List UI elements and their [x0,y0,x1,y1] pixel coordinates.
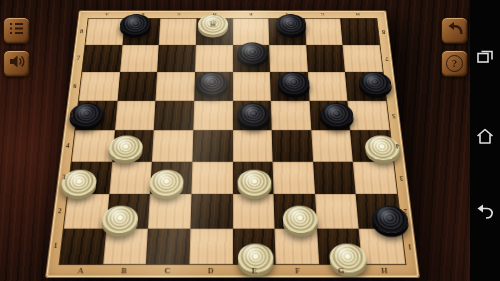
black-man-f6[interactable] [273,68,315,99]
piece-disc [237,103,270,126]
sound-button[interactable] [3,50,30,77]
help-label: ? [452,58,458,69]
file-label-top-a: A [89,11,126,18]
file-label-bottom-f: F [276,265,320,277]
rank-label-right-5: 5 [386,100,401,130]
white-man-c3[interactable] [144,165,190,201]
file-label-top-h: H [340,11,377,18]
piece-disc [237,43,268,64]
android-navbar [470,0,500,281]
file-label-bottom-a: A [58,265,103,277]
file-label-bottom-g: G [319,265,363,277]
file-label-top-b: B [125,11,161,18]
rank-label-right-7: 7 [380,45,394,72]
piece-disc [108,136,143,160]
speaker-icon [8,53,25,74]
rank-label-right-6: 6 [383,72,398,100]
file-label-bottom-d: D [189,265,233,277]
piece-disc [101,206,138,233]
black-man-d6[interactable] [191,68,232,99]
piece-disc [237,170,272,196]
rank-label-right-3: 3 [393,161,409,194]
black-man-e5[interactable] [233,99,275,131]
file-label-bottom-c: C [145,265,189,277]
file-label-bottom-e: E [233,265,277,277]
file-labels-top: ABCDEFGH [89,11,377,18]
rank-label-right-8: 8 [377,19,391,45]
back-arrow-icon[interactable] [475,202,496,225]
piece-disc [277,72,310,94]
file-label-top-g: G [304,11,340,18]
pieces-layer: ♛ [45,10,420,278]
file-label-bottom-b: B [102,265,146,277]
rank-label-right-2: 2 [397,194,414,228]
white-man-f2[interactable] [277,201,324,239]
board-scene: ♛ ABCDEFGH ABCDEFGH 87654321 87654321 [45,10,420,278]
file-label-top-f: F [268,11,304,18]
file-label-top-e: E [233,11,269,18]
home-icon[interactable] [475,126,496,151]
recent-apps-icon[interactable] [475,47,495,71]
white-man-b4[interactable] [103,131,148,165]
file-label-top-c: C [161,11,197,18]
menu-button[interactable] [3,17,30,44]
piece-disc [149,170,184,196]
board-frame: ♛ ABCDEFGH ABCDEFGH 87654321 87654321 [45,10,420,278]
piece-disc [196,72,228,94]
list-menu-icon [8,20,25,41]
app-screen: ♛ ABCDEFGH ABCDEFGH 87654321 87654321 [0,0,500,281]
black-man-g5[interactable] [315,99,359,131]
piece-disc [320,103,354,126]
undo-arrow-icon [446,20,464,41]
king-crown-icon: ♛ [208,19,219,28]
file-label-top-d: D [197,11,233,18]
help-button[interactable]: ? [441,50,468,77]
rank-label-right-4: 4 [390,130,406,161]
piece-disc [282,206,318,233]
file-labels-bottom: ABCDEFGH [58,265,407,277]
white-man-b2[interactable] [96,201,144,239]
black-man-e7[interactable] [233,38,273,67]
undo-button[interactable] [441,17,468,44]
question-mark-icon: ? [446,55,463,72]
file-label-bottom-h: H [362,265,407,277]
white-man-e3[interactable] [233,165,277,201]
